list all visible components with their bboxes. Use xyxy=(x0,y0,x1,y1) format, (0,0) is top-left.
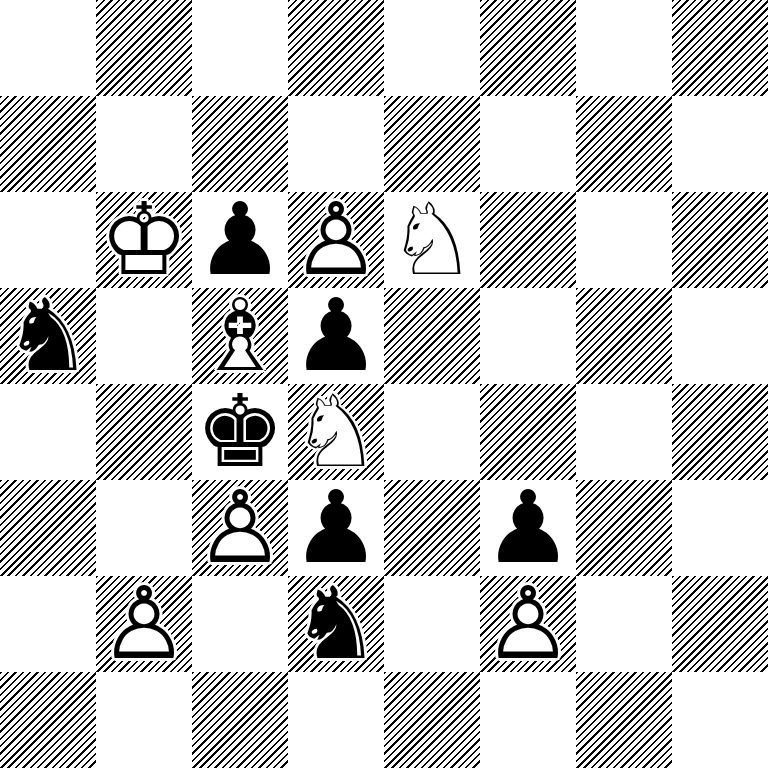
square-c3[interactable]: ♟♙ xyxy=(192,480,288,576)
square-h2[interactable] xyxy=(672,576,768,672)
square-b4[interactable] xyxy=(96,384,192,480)
white-knight[interactable]: ♞♘ xyxy=(384,192,480,288)
square-e8[interactable] xyxy=(384,0,480,96)
square-g6[interactable] xyxy=(576,192,672,288)
white-pawn-glyph: ♙ xyxy=(480,576,576,672)
white-pawn[interactable]: ♟♙ xyxy=(96,576,192,672)
square-e4[interactable] xyxy=(384,384,480,480)
white-pawn-glyph: ♙ xyxy=(288,192,384,288)
black-pawn[interactable]: ♟♟ xyxy=(288,480,384,576)
square-g5[interactable] xyxy=(576,288,672,384)
square-g2[interactable] xyxy=(576,576,672,672)
square-c7[interactable] xyxy=(192,96,288,192)
square-b7[interactable] xyxy=(96,96,192,192)
square-b3[interactable] xyxy=(96,480,192,576)
black-knight[interactable]: ♞♞ xyxy=(288,576,384,672)
white-bishop-glyph: ♗ xyxy=(192,288,288,384)
square-h8[interactable] xyxy=(672,0,768,96)
square-b2[interactable]: ♟♙ xyxy=(96,576,192,672)
square-h4[interactable] xyxy=(672,384,768,480)
white-king[interactable]: ♚♔ xyxy=(96,192,192,288)
white-pawn-glyph: ♙ xyxy=(96,576,192,672)
black-pawn-glyph: ♟ xyxy=(480,480,576,576)
square-d8[interactable] xyxy=(288,0,384,96)
square-d6[interactable]: ♟♙ xyxy=(288,192,384,288)
square-b8[interactable] xyxy=(96,0,192,96)
square-d5[interactable]: ♟♟ xyxy=(288,288,384,384)
square-e1[interactable] xyxy=(384,672,480,768)
square-d3[interactable]: ♟♟ xyxy=(288,480,384,576)
square-a4[interactable] xyxy=(0,384,96,480)
black-knight-glyph: ♞ xyxy=(0,288,96,384)
square-a7[interactable] xyxy=(0,96,96,192)
square-d7[interactable] xyxy=(288,96,384,192)
square-f2[interactable]: ♟♙ xyxy=(480,576,576,672)
white-bishop[interactable]: ♝♗ xyxy=(192,288,288,384)
white-pawn[interactable]: ♟♙ xyxy=(288,192,384,288)
square-a6[interactable] xyxy=(0,192,96,288)
black-pawn-glyph: ♟ xyxy=(288,288,384,384)
square-f8[interactable] xyxy=(480,0,576,96)
square-b6[interactable]: ♚♔ xyxy=(96,192,192,288)
square-h7[interactable] xyxy=(672,96,768,192)
square-e5[interactable] xyxy=(384,288,480,384)
square-b1[interactable] xyxy=(96,672,192,768)
square-f3[interactable]: ♟♟ xyxy=(480,480,576,576)
black-knight-glyph: ♞ xyxy=(288,576,384,672)
square-c2[interactable] xyxy=(192,576,288,672)
black-pawn-glyph: ♟ xyxy=(288,480,384,576)
white-pawn[interactable]: ♟♙ xyxy=(480,576,576,672)
square-e3[interactable] xyxy=(384,480,480,576)
black-king-glyph: ♚ xyxy=(192,384,288,480)
white-pawn-glyph: ♙ xyxy=(192,480,288,576)
square-c6[interactable]: ♟♟ xyxy=(192,192,288,288)
white-knight[interactable]: ♞♘ xyxy=(288,384,384,480)
square-c8[interactable] xyxy=(192,0,288,96)
white-pawn[interactable]: ♟♙ xyxy=(192,480,288,576)
black-pawn[interactable]: ♟♟ xyxy=(288,288,384,384)
square-a8[interactable] xyxy=(0,0,96,96)
square-h1[interactable] xyxy=(672,672,768,768)
black-pawn[interactable]: ♟♟ xyxy=(480,480,576,576)
white-knight-glyph: ♘ xyxy=(288,384,384,480)
black-king[interactable]: ♚♚ xyxy=(192,384,288,480)
square-h6[interactable] xyxy=(672,192,768,288)
square-g3[interactable] xyxy=(576,480,672,576)
square-e7[interactable] xyxy=(384,96,480,192)
square-g8[interactable] xyxy=(576,0,672,96)
black-knight[interactable]: ♞♞ xyxy=(0,288,96,384)
square-f4[interactable] xyxy=(480,384,576,480)
square-c1[interactable] xyxy=(192,672,288,768)
square-d2[interactable]: ♞♞ xyxy=(288,576,384,672)
square-f7[interactable] xyxy=(480,96,576,192)
square-c5[interactable]: ♝♗ xyxy=(192,288,288,384)
square-b5[interactable] xyxy=(96,288,192,384)
square-a1[interactable] xyxy=(0,672,96,768)
square-g4[interactable] xyxy=(576,384,672,480)
square-c4[interactable]: ♚♚ xyxy=(192,384,288,480)
square-f5[interactable] xyxy=(480,288,576,384)
square-h5[interactable] xyxy=(672,288,768,384)
square-a5[interactable]: ♞♞ xyxy=(0,288,96,384)
square-e2[interactable] xyxy=(384,576,480,672)
black-pawn[interactable]: ♟♟ xyxy=(192,192,288,288)
square-h3[interactable] xyxy=(672,480,768,576)
square-g1[interactable] xyxy=(576,672,672,768)
square-f1[interactable] xyxy=(480,672,576,768)
square-d4[interactable]: ♞♘ xyxy=(288,384,384,480)
white-king-glyph: ♔ xyxy=(96,192,192,288)
square-e6[interactable]: ♞♘ xyxy=(384,192,480,288)
square-f6[interactable] xyxy=(480,192,576,288)
white-knight-glyph: ♘ xyxy=(384,192,480,288)
square-a3[interactable] xyxy=(0,480,96,576)
square-g7[interactable] xyxy=(576,96,672,192)
black-pawn-glyph: ♟ xyxy=(192,192,288,288)
square-a2[interactable] xyxy=(0,576,96,672)
square-d1[interactable] xyxy=(288,672,384,768)
chess-board: ♚♔♟♟♟♙♞♘♞♞♝♗♟♟♚♚♞♘♟♙♟♟♟♟♟♙♞♞♟♙ xyxy=(0,0,768,768)
